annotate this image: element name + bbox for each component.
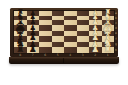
file-labels: abcdefgh bbox=[114, 11, 118, 53]
board-squares bbox=[14, 11, 114, 53]
file-label-f: f bbox=[115, 37, 116, 41]
file-label-g: g bbox=[115, 42, 117, 46]
file-label-a: a bbox=[115, 11, 117, 15]
chess-board bbox=[10, 8, 118, 57]
file-label-b: b bbox=[115, 16, 117, 20]
file-label-h: h bbox=[115, 48, 117, 52]
product-photo: 87654321 abcdefgh ♜♟♟♜♞♟♟♞♝♟♟♝♛♟♟♛♚♟♟♚♝♟… bbox=[0, 0, 128, 85]
file-label-c: c bbox=[115, 21, 117, 25]
file-label-e: e bbox=[115, 31, 117, 35]
board-front-edge bbox=[9, 57, 119, 64]
file-label-d: d bbox=[115, 26, 117, 30]
fold-hinge-line bbox=[63, 58, 64, 63]
